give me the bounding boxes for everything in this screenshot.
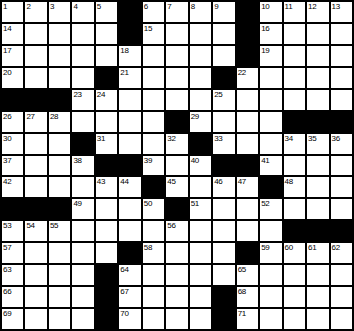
cell-r6c1[interactable]: 26 [1, 111, 24, 133]
cell-r9c13[interactable]: 48 [283, 176, 306, 198]
cell-r11c8[interactable]: 56 [165, 220, 188, 242]
cell-r9c3[interactable] [48, 176, 71, 198]
clue-number-62: 62 [332, 243, 340, 252]
cell-r4c15[interactable] [330, 67, 353, 89]
clue-number-57: 57 [3, 243, 11, 252]
black-cell-r14c5 [95, 286, 118, 308]
cell-r3c4[interactable] [71, 45, 94, 67]
clue-number-47: 47 [238, 177, 246, 186]
cell-r14c6[interactable]: 67 [118, 286, 141, 308]
black-cell-r2c6 [118, 23, 141, 45]
cell-r14c14[interactable] [306, 286, 329, 308]
clue-number-66: 66 [3, 287, 11, 296]
cell-r2c5[interactable] [95, 23, 118, 45]
cell-r3c9[interactable] [189, 45, 212, 67]
black-cell-r2c11 [236, 23, 259, 45]
cell-r7c12[interactable] [259, 133, 282, 155]
black-cell-r1c6 [118, 1, 141, 23]
cell-r9c2[interactable] [24, 176, 47, 198]
cell-r14c8[interactable] [165, 286, 188, 308]
cell-r8c4[interactable]: 38 [71, 155, 94, 177]
cell-r5c11[interactable] [236, 89, 259, 111]
clue-number-8: 8 [191, 2, 195, 11]
cell-r12c9[interactable] [189, 242, 212, 264]
cell-r3c12[interactable]: 19 [259, 45, 282, 67]
cell-r5c10[interactable]: 25 [212, 89, 235, 111]
clue-number-56: 56 [167, 221, 175, 230]
cell-r12c8[interactable] [165, 242, 188, 264]
cell-r7c11[interactable] [236, 133, 259, 155]
cell-r11c11[interactable] [236, 220, 259, 242]
cell-r10c13[interactable] [283, 198, 306, 220]
cell-r10c14[interactable] [306, 198, 329, 220]
cell-r8c12[interactable]: 41 [259, 155, 282, 177]
cell-r9c6[interactable]: 44 [118, 176, 141, 198]
clue-number-7: 7 [167, 2, 171, 11]
black-cell-r15c10 [212, 308, 235, 330]
clue-number-55: 55 [50, 221, 58, 230]
clue-number-18: 18 [120, 46, 128, 55]
cell-r14c7[interactable] [142, 286, 165, 308]
black-cell-r9c7 [142, 176, 165, 198]
cell-r6c5[interactable] [95, 111, 118, 133]
cell-r15c3[interactable] [48, 308, 71, 330]
cell-r15c13[interactable] [283, 308, 306, 330]
black-cell-r10c2 [24, 198, 47, 220]
cell-r9c10[interactable]: 46 [212, 176, 235, 198]
cell-r2c4[interactable] [71, 23, 94, 45]
clue-number-9: 9 [214, 2, 218, 11]
cell-r11c10[interactable] [212, 220, 235, 242]
clue-number-61: 61 [308, 243, 316, 252]
clue-number-32: 32 [167, 134, 175, 143]
cell-r5c4[interactable]: 23 [71, 89, 94, 111]
clue-number-65: 65 [238, 265, 246, 274]
cell-r9c11[interactable]: 47 [236, 176, 259, 198]
clue-number-52: 52 [261, 199, 269, 208]
black-cell-r12c6 [118, 242, 141, 264]
cell-r12c14[interactable]: 61 [306, 242, 329, 264]
cell-r13c1[interactable]: 63 [1, 264, 24, 286]
cell-r5c15[interactable] [330, 89, 353, 111]
cell-r3c13[interactable] [283, 45, 306, 67]
cell-r12c1[interactable]: 57 [1, 242, 24, 264]
cell-r3c2[interactable] [24, 45, 47, 67]
cell-r7c3[interactable] [48, 133, 71, 155]
clue-number-6: 6 [144, 2, 148, 11]
cell-r14c2[interactable] [24, 286, 47, 308]
cell-r1c5[interactable]: 5 [95, 1, 118, 23]
cell-r8c9[interactable]: 40 [189, 155, 212, 177]
cell-r3c5[interactable] [95, 45, 118, 67]
black-cell-r14c10 [212, 286, 235, 308]
cell-r13c9[interactable] [189, 264, 212, 286]
clue-number-30: 30 [3, 134, 11, 143]
cell-r2c13[interactable] [283, 23, 306, 45]
black-cell-r3c11 [236, 45, 259, 67]
cell-r4c1[interactable]: 20 [1, 67, 24, 89]
cell-r13c7[interactable] [142, 264, 165, 286]
cell-r7c13[interactable]: 34 [283, 133, 306, 155]
black-cell-r1c11 [236, 1, 259, 23]
cell-r12c4[interactable] [71, 242, 94, 264]
cell-r3c8[interactable] [165, 45, 188, 67]
clue-number-19: 19 [261, 46, 269, 55]
crossword-board: 1234567891011121314151617181920212223242… [0, 0, 354, 331]
cell-r14c1[interactable]: 66 [1, 286, 24, 308]
cell-r1c15[interactable]: 13 [330, 1, 353, 23]
cell-r5c8[interactable] [165, 89, 188, 111]
cell-r7c5[interactable]: 31 [95, 133, 118, 155]
cell-r11c1[interactable]: 53 [1, 220, 24, 242]
cell-r1c13[interactable]: 11 [283, 1, 306, 23]
clue-number-46: 46 [214, 177, 222, 186]
cell-r12c3[interactable] [48, 242, 71, 264]
clue-number-24: 24 [97, 90, 105, 99]
black-cell-r10c8 [165, 198, 188, 220]
clue-number-1: 1 [3, 2, 7, 11]
clue-number-13: 13 [332, 2, 340, 11]
cell-r9c5[interactable]: 43 [95, 176, 118, 198]
clue-number-63: 63 [3, 265, 11, 274]
clue-number-68: 68 [238, 287, 246, 296]
clue-number-39: 39 [144, 156, 152, 165]
black-cell-r11c14 [306, 220, 329, 242]
cell-r12c5[interactable] [95, 242, 118, 264]
clue-number-54: 54 [26, 221, 34, 230]
black-cell-r6c13 [283, 111, 306, 133]
cell-r11c3[interactable]: 55 [48, 220, 71, 242]
cell-r14c3[interactable] [48, 286, 71, 308]
cell-r6c2[interactable]: 27 [24, 111, 47, 133]
cell-r11c6[interactable] [118, 220, 141, 242]
crossword-grid: 1234567891011121314151617181920212223242… [0, 0, 354, 331]
cell-r14c9[interactable] [189, 286, 212, 308]
cell-r10c4[interactable]: 49 [71, 198, 94, 220]
clue-number-58: 58 [144, 243, 152, 252]
clue-number-44: 44 [120, 177, 128, 186]
cell-r15c2[interactable] [24, 308, 47, 330]
black-cell-r4c10 [212, 67, 235, 89]
cell-r11c9[interactable] [189, 220, 212, 242]
cell-r7c8[interactable]: 32 [165, 133, 188, 155]
cell-r4c7[interactable] [142, 67, 165, 89]
clue-number-53: 53 [3, 221, 11, 230]
cell-r2c1[interactable]: 14 [1, 23, 24, 45]
cell-r13c15[interactable] [330, 264, 353, 286]
clue-number-25: 25 [214, 90, 222, 99]
black-cell-r5c2 [24, 89, 47, 111]
cell-r6c3[interactable]: 28 [48, 111, 71, 133]
cell-r9c8[interactable]: 45 [165, 176, 188, 198]
black-cell-r13c5 [95, 264, 118, 286]
cell-r5c13[interactable] [283, 89, 306, 111]
clue-number-31: 31 [97, 134, 105, 143]
cell-r4c8[interactable] [165, 67, 188, 89]
cell-r15c8[interactable] [165, 308, 188, 330]
cell-r10c5[interactable] [95, 198, 118, 220]
clue-number-45: 45 [167, 177, 175, 186]
cell-r8c8[interactable] [165, 155, 188, 177]
cell-r10c11[interactable] [236, 198, 259, 220]
cell-r14c13[interactable] [283, 286, 306, 308]
cell-r1c4[interactable]: 4 [71, 1, 94, 23]
cell-r15c7[interactable] [142, 308, 165, 330]
cell-r11c2[interactable]: 54 [24, 220, 47, 242]
cell-r4c3[interactable] [48, 67, 71, 89]
cell-r4c14[interactable] [306, 67, 329, 89]
cell-r1c14[interactable]: 12 [306, 1, 329, 23]
black-cell-r6c14 [306, 111, 329, 133]
cell-r2c8[interactable] [165, 23, 188, 45]
cell-r13c13[interactable] [283, 264, 306, 286]
clue-number-69: 69 [3, 309, 11, 318]
clue-number-23: 23 [73, 90, 81, 99]
black-cell-r5c1 [1, 89, 24, 111]
black-cell-r11c13 [283, 220, 306, 242]
cell-r7c15[interactable]: 36 [330, 133, 353, 155]
cell-r4c13[interactable] [283, 67, 306, 89]
cell-r3c15[interactable] [330, 45, 353, 67]
cell-r13c11[interactable]: 65 [236, 264, 259, 286]
clue-number-26: 26 [3, 112, 11, 121]
cell-r3c3[interactable] [48, 45, 71, 67]
clue-number-29: 29 [191, 112, 199, 121]
cell-r4c4[interactable] [71, 67, 94, 89]
clue-number-2: 2 [26, 2, 30, 11]
cell-r5c9[interactable] [189, 89, 212, 111]
cell-r15c1[interactable]: 69 [1, 308, 24, 330]
clue-number-64: 64 [120, 265, 128, 274]
black-cell-r6c8 [165, 111, 188, 133]
black-cell-r4c5 [95, 67, 118, 89]
cell-r11c4[interactable] [71, 220, 94, 242]
cell-r3c10[interactable] [212, 45, 235, 67]
clue-number-15: 15 [144, 24, 152, 33]
cell-r4c6[interactable]: 21 [118, 67, 141, 89]
cell-r8c14[interactable] [306, 155, 329, 177]
cell-r1c10[interactable]: 9 [212, 1, 235, 23]
clue-number-67: 67 [120, 287, 128, 296]
black-cell-r15c5 [95, 308, 118, 330]
cell-r2c10[interactable] [212, 23, 235, 45]
cell-r2c15[interactable] [330, 23, 353, 45]
cell-r1c12[interactable]: 10 [259, 1, 282, 23]
cell-r9c4[interactable] [71, 176, 94, 198]
cell-r11c5[interactable] [95, 220, 118, 242]
black-cell-r10c1 [1, 198, 24, 220]
cell-r9c15[interactable] [330, 176, 353, 198]
cell-r13c2[interactable] [24, 264, 47, 286]
black-cell-r12c11 [236, 242, 259, 264]
cell-r14c15[interactable] [330, 286, 353, 308]
cell-r15c9[interactable] [189, 308, 212, 330]
cell-r6c12[interactable] [259, 111, 282, 133]
cell-r13c12[interactable] [259, 264, 282, 286]
clue-number-11: 11 [285, 2, 293, 11]
cell-r7c10[interactable]: 33 [212, 133, 235, 155]
black-cell-r10c3 [48, 198, 71, 220]
cell-r13c6[interactable]: 64 [118, 264, 141, 286]
black-cell-r8c5 [95, 155, 118, 177]
cell-r10c15[interactable] [330, 198, 353, 220]
clue-number-42: 42 [3, 177, 11, 186]
cell-r13c4[interactable] [71, 264, 94, 286]
cell-r7c7[interactable] [142, 133, 165, 155]
clue-number-5: 5 [97, 2, 101, 11]
clue-number-40: 40 [191, 156, 199, 165]
cell-r5c14[interactable] [306, 89, 329, 111]
cell-r4c9[interactable] [189, 67, 212, 89]
clue-number-27: 27 [26, 112, 34, 121]
cell-r9c9[interactable] [189, 176, 212, 198]
cell-r10c10[interactable] [212, 198, 235, 220]
cell-r7c2[interactable] [24, 133, 47, 155]
clue-number-48: 48 [285, 177, 293, 186]
cell-r6c4[interactable] [71, 111, 94, 133]
cell-r15c14[interactable] [306, 308, 329, 330]
cell-r6c9[interactable]: 29 [189, 111, 212, 133]
black-cell-r7c9 [189, 133, 212, 155]
black-cell-r11c15 [330, 220, 353, 242]
cell-r6c10[interactable] [212, 111, 235, 133]
cell-r13c14[interactable] [306, 264, 329, 286]
clue-number-16: 16 [261, 24, 269, 33]
clue-number-37: 37 [3, 156, 11, 165]
black-cell-r8c6 [118, 155, 141, 177]
clue-number-34: 34 [285, 134, 293, 143]
cell-r4c11[interactable]: 22 [236, 67, 259, 89]
cell-r15c6[interactable]: 70 [118, 308, 141, 330]
cell-r7c1[interactable]: 30 [1, 133, 24, 155]
clue-number-12: 12 [308, 2, 316, 11]
cell-r2c2[interactable] [24, 23, 47, 45]
clue-number-41: 41 [261, 156, 269, 165]
clue-number-3: 3 [50, 2, 54, 11]
clue-number-17: 17 [3, 46, 11, 55]
black-cell-r7c4 [71, 133, 94, 155]
clue-number-35: 35 [308, 134, 316, 143]
cell-r7c6[interactable] [118, 133, 141, 155]
cell-r3c6[interactable]: 18 [118, 45, 141, 67]
cell-r6c11[interactable] [236, 111, 259, 133]
cell-r1c2[interactable]: 2 [24, 1, 47, 23]
cell-r8c7[interactable]: 39 [142, 155, 165, 177]
cell-r14c11[interactable]: 68 [236, 286, 259, 308]
clue-number-28: 28 [50, 112, 58, 121]
cell-r13c10[interactable] [212, 264, 235, 286]
cell-r4c2[interactable] [24, 67, 47, 89]
cell-r2c3[interactable] [48, 23, 71, 45]
cell-r7c14[interactable]: 35 [306, 133, 329, 155]
clue-number-71: 71 [238, 309, 246, 318]
cell-r14c12[interactable] [259, 286, 282, 308]
cell-r8c15[interactable] [330, 155, 353, 177]
clue-number-38: 38 [73, 156, 81, 165]
clue-number-51: 51 [191, 199, 199, 208]
cell-r12c10[interactable] [212, 242, 235, 264]
cell-r12c7[interactable]: 58 [142, 242, 165, 264]
cell-r13c3[interactable] [48, 264, 71, 286]
clue-number-59: 59 [261, 243, 269, 252]
cell-r6c6[interactable] [118, 111, 141, 133]
clue-number-43: 43 [97, 177, 105, 186]
cell-r5c7[interactable] [142, 89, 165, 111]
cell-r8c13[interactable] [283, 155, 306, 177]
clue-number-60: 60 [285, 243, 293, 252]
clue-number-36: 36 [332, 134, 340, 143]
black-cell-r6c15 [330, 111, 353, 133]
clue-number-4: 4 [73, 2, 77, 11]
cell-r1c7[interactable]: 6 [142, 1, 165, 23]
black-cell-r8c10 [212, 155, 235, 177]
cell-r8c2[interactable] [24, 155, 47, 177]
cell-r3c14[interactable] [306, 45, 329, 67]
clue-number-70: 70 [120, 309, 128, 318]
cell-r10c7[interactable]: 50 [142, 198, 165, 220]
cell-r1c9[interactable]: 8 [189, 1, 212, 23]
cell-r8c3[interactable] [48, 155, 71, 177]
cell-r6c7[interactable] [142, 111, 165, 133]
cell-r11c7[interactable] [142, 220, 165, 242]
cell-r1c3[interactable]: 3 [48, 1, 71, 23]
cell-r1c8[interactable]: 7 [165, 1, 188, 23]
cell-r10c6[interactable] [118, 198, 141, 220]
cell-r15c11[interactable]: 71 [236, 308, 259, 330]
cell-r2c12[interactable]: 16 [259, 23, 282, 45]
clue-number-20: 20 [3, 68, 11, 77]
cell-r5c6[interactable] [118, 89, 141, 111]
clue-number-49: 49 [73, 199, 81, 208]
cell-r3c1[interactable]: 17 [1, 45, 24, 67]
cell-r3c7[interactable] [142, 45, 165, 67]
cell-r12c12[interactable]: 59 [259, 242, 282, 264]
cell-r12c2[interactable] [24, 242, 47, 264]
cell-r14c4[interactable] [71, 286, 94, 308]
cell-r9c1[interactable]: 42 [1, 176, 24, 198]
cell-r12c15[interactable]: 62 [330, 242, 353, 264]
cell-r8c1[interactable]: 37 [1, 155, 24, 177]
cell-r5c12[interactable] [259, 89, 282, 111]
cell-r12c13[interactable]: 60 [283, 242, 306, 264]
cell-r5c5[interactable]: 24 [95, 89, 118, 111]
cell-r9c14[interactable] [306, 176, 329, 198]
clue-number-21: 21 [120, 68, 128, 77]
clue-number-10: 10 [261, 2, 269, 11]
cell-r2c7[interactable]: 15 [142, 23, 165, 45]
clue-number-33: 33 [214, 134, 222, 143]
black-cell-r9c12 [259, 176, 282, 198]
cell-r10c9[interactable]: 51 [189, 198, 212, 220]
cell-r2c14[interactable] [306, 23, 329, 45]
cell-r1c1[interactable]: 1 [1, 1, 24, 23]
black-cell-r5c3 [48, 89, 71, 111]
cell-r15c15[interactable] [330, 308, 353, 330]
cell-r2c9[interactable] [189, 23, 212, 45]
cell-r13c8[interactable] [165, 264, 188, 286]
cell-r4c12[interactable] [259, 67, 282, 89]
clue-number-50: 50 [144, 199, 152, 208]
clue-number-14: 14 [3, 24, 11, 33]
cell-r10c12[interactable]: 52 [259, 198, 282, 220]
cell-r15c4[interactable] [71, 308, 94, 330]
black-cell-r8c11 [236, 155, 259, 177]
clue-number-22: 22 [238, 68, 246, 77]
cell-r15c12[interactable] [259, 308, 282, 330]
cell-r11c12[interactable] [259, 220, 282, 242]
